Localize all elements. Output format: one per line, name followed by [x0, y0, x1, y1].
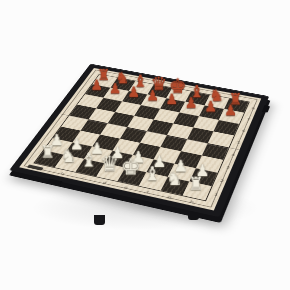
board-grid: ♜♞♝♛♚♝♞♜♟♟♟♟♟♟♟♟♟♟♟♟♟♟♟♟♜♞♝♛♚♝♞♜	[35, 75, 249, 201]
chess-board: ♜♞♝♛♚♝♞♜♟♟♟♟♟♟♟♟♟♟♟♟♟♟♟♟♜♞♝♛♚♝♞♜ abcdefg…	[9, 64, 269, 217]
white-rook[interactable]: ♜	[174, 175, 219, 193]
rank-label-5: 5	[234, 137, 242, 150]
hinge-clasp	[262, 105, 270, 113]
hinge-clasp	[47, 178, 63, 185]
board-frame: ♜♞♝♛♚♝♞♜♟♟♟♟♟♟♟♟♟♟♟♟♟♟♟♟♜♞♝♛♚♝♞♜ abcdefg…	[9, 64, 269, 217]
rank-label-4: 4	[229, 149, 238, 162]
square-e5[interactable]	[147, 120, 173, 135]
square-h1[interactable]: ♜	[183, 182, 212, 201]
board-border: ♜♞♝♛♚♝♞♜♟♟♟♟♟♟♟♟♟♟♟♟♟♟♟♟♜♞♝♛♚♝♞♜ abcdefg…	[19, 68, 261, 211]
rank-label-6: 6	[240, 125, 248, 137]
perspective-wrapper: ♜♞♝♛♚♝♞♜♟♟♟♟♟♟♟♟♟♟♟♟♟♟♟♟♜♞♝♛♚♝♞♜ abcdefg…	[0, 0, 290, 290]
black-pawn[interactable]: ♟	[211, 104, 251, 119]
chess-set-photo: ♜♞♝♛♚♝♞♜♟♟♟♟♟♟♟♟♟♟♟♟♟♟♟♟♜♞♝♛♚♝♞♜ abcdefg…	[0, 0, 290, 290]
square-g4[interactable]	[181, 139, 208, 155]
rank-label-3: 3	[223, 161, 232, 175]
